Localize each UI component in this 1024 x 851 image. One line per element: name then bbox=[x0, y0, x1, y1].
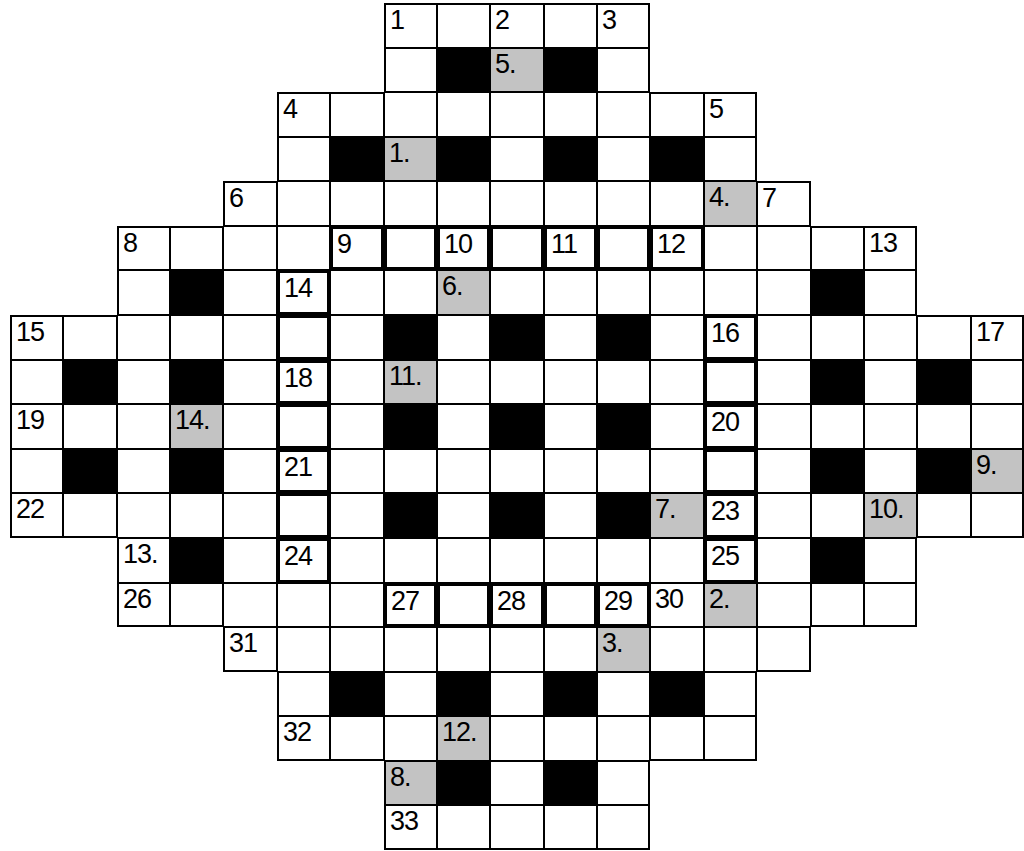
cell-r5c11[interactable] bbox=[597, 226, 650, 270]
block-cell-r6c3 bbox=[170, 270, 223, 315]
cell-r7c6[interactable] bbox=[330, 315, 384, 360]
cell-r3c13[interactable] bbox=[704, 137, 757, 181]
shaded-cell-r10c18[interactable]: 9. bbox=[971, 449, 1024, 493]
cell-r15c5[interactable] bbox=[277, 672, 330, 716]
block-cell-r11c7 bbox=[384, 493, 437, 538]
clue-number: 21 bbox=[280, 452, 327, 481]
block-cell-r7c11 bbox=[597, 315, 650, 360]
cell-r8c5[interactable]: 18 bbox=[277, 360, 330, 404]
cell-r12c8[interactable] bbox=[437, 538, 490, 583]
clue-number: 31 bbox=[225, 628, 276, 657]
clue-number: 12 bbox=[653, 229, 701, 258]
block-cell-r9c9 bbox=[490, 404, 544, 449]
cell-r2c11[interactable] bbox=[597, 92, 650, 137]
key-cell-label: 2. bbox=[705, 584, 756, 613]
block-cell-r12c3 bbox=[170, 538, 223, 583]
cell-r15c13[interactable] bbox=[704, 672, 757, 716]
cell-r12c4[interactable] bbox=[223, 538, 277, 583]
block-cell-r8c1 bbox=[63, 360, 117, 404]
cell-r12c10[interactable] bbox=[544, 538, 597, 583]
cell-r10c16[interactable] bbox=[864, 449, 917, 493]
cell-r15c11[interactable] bbox=[597, 672, 650, 716]
cell-r10c7[interactable] bbox=[384, 449, 437, 493]
clue-number: 7 bbox=[758, 183, 809, 212]
clue-number: 18 bbox=[280, 363, 327, 392]
cell-r9c14[interactable] bbox=[757, 404, 811, 449]
cell-r9c16[interactable] bbox=[864, 404, 917, 449]
cell-r9c2[interactable] bbox=[117, 404, 170, 449]
clue-number: 28 bbox=[493, 586, 541, 615]
block-cell-r1c10 bbox=[544, 48, 597, 92]
cell-r14c4[interactable]: 31 bbox=[223, 627, 277, 672]
cell-r10c10[interactable] bbox=[544, 449, 597, 493]
block-cell-r3c12 bbox=[650, 137, 704, 181]
cell-r5c5[interactable] bbox=[277, 226, 330, 270]
cell-r13c12[interactable]: 30 bbox=[650, 583, 704, 627]
key-cell-label: 7. bbox=[651, 494, 703, 523]
cell-r6c9[interactable] bbox=[490, 270, 544, 315]
clue-number: 15 bbox=[12, 317, 62, 346]
cell-r17c11[interactable] bbox=[597, 761, 650, 805]
cell-r6c5[interactable]: 14 bbox=[277, 270, 330, 315]
block-cell-r3c8 bbox=[437, 137, 490, 181]
key-cell-label: 5. bbox=[491, 49, 543, 78]
shaded-cell-r14c11[interactable]: 3. bbox=[597, 627, 650, 672]
cell-r3c9[interactable] bbox=[490, 137, 544, 181]
cell-r12c7[interactable] bbox=[384, 538, 437, 583]
key-cell-label: 6. bbox=[438, 271, 489, 300]
cell-r7c17[interactable] bbox=[917, 315, 971, 360]
cell-r13c6[interactable] bbox=[330, 583, 384, 627]
cell-r13c5[interactable] bbox=[277, 583, 330, 627]
cell-r6c6[interactable] bbox=[330, 270, 384, 315]
cell-r2c9[interactable] bbox=[490, 92, 544, 137]
block-cell-r11c11 bbox=[597, 493, 650, 538]
block-cell-r17c10 bbox=[544, 761, 597, 805]
block-cell-r8c17 bbox=[917, 360, 971, 404]
block-cell-r3c10 bbox=[544, 137, 597, 181]
block-cell-r9c11 bbox=[597, 404, 650, 449]
clue-number: 30 bbox=[651, 584, 703, 613]
cell-r14c7[interactable] bbox=[384, 627, 437, 672]
clue-number: 32 bbox=[279, 717, 329, 746]
shaded-cell-r8c7[interactable]: 11. bbox=[384, 360, 437, 404]
crossword-page: 1235.451.64.78910111213146.1516171811.19… bbox=[0, 0, 1024, 851]
cell-r5c15[interactable] bbox=[811, 226, 864, 270]
shaded-cell-r4c13[interactable]: 4. bbox=[704, 181, 757, 226]
cell-r9c0[interactable]: 19 bbox=[10, 404, 63, 449]
clue-number: 3 bbox=[598, 5, 648, 34]
cell-r4c11[interactable] bbox=[597, 181, 650, 226]
cell-r10c4[interactable] bbox=[223, 449, 277, 493]
cell-r4c6[interactable] bbox=[330, 181, 384, 226]
cell-r10c14[interactable] bbox=[757, 449, 811, 493]
cell-r8c14[interactable] bbox=[757, 360, 811, 404]
cell-r14c10[interactable] bbox=[544, 627, 597, 672]
shaded-cell-r9c3[interactable]: 14. bbox=[170, 404, 223, 449]
cell-r2c10[interactable] bbox=[544, 92, 597, 137]
block-cell-r10c15 bbox=[811, 449, 864, 493]
cell-r6c16[interactable] bbox=[864, 270, 917, 315]
clue-number: 6 bbox=[225, 183, 276, 212]
cell-r15c7[interactable] bbox=[384, 672, 437, 716]
cell-r5c3[interactable] bbox=[170, 226, 223, 270]
cell-r8c9[interactable] bbox=[490, 360, 544, 404]
cell-r4c5[interactable] bbox=[277, 181, 330, 226]
cell-r11c2[interactable] bbox=[117, 493, 170, 538]
cell-r0c7[interactable]: 1 bbox=[384, 3, 437, 48]
cell-r1c7[interactable] bbox=[384, 48, 437, 92]
cell-r5c6[interactable]: 9 bbox=[330, 226, 384, 270]
crossword-board: 1235.451.64.78910111213146.1516171811.19… bbox=[0, 0, 1024, 851]
cell-r7c3[interactable] bbox=[170, 315, 223, 360]
clue-number: 25 bbox=[707, 541, 754, 570]
cell-r11c10[interactable] bbox=[544, 493, 597, 538]
cell-r10c11[interactable] bbox=[597, 449, 650, 493]
block-cell-r15c10 bbox=[544, 672, 597, 716]
cell-r8c10[interactable] bbox=[544, 360, 597, 404]
cell-r10c13[interactable] bbox=[704, 449, 757, 493]
cell-r8c12[interactable] bbox=[650, 360, 704, 404]
cell-r10c5[interactable]: 21 bbox=[277, 449, 330, 493]
block-cell-r10c1 bbox=[63, 449, 117, 493]
cell-r16c12[interactable] bbox=[650, 716, 704, 761]
cell-r5c9[interactable] bbox=[490, 226, 544, 270]
clue-number: 10 bbox=[440, 229, 487, 258]
cell-r5c2[interactable]: 8 bbox=[117, 226, 170, 270]
cell-r12c16[interactable] bbox=[864, 538, 917, 583]
cell-r9c18[interactable] bbox=[971, 404, 1024, 449]
cell-r13c3[interactable] bbox=[170, 583, 223, 627]
key-cell-label: 10. bbox=[865, 494, 916, 523]
cell-r2c12[interactable] bbox=[650, 92, 704, 137]
cell-r13c15[interactable] bbox=[811, 583, 864, 627]
key-cell-label: 4. bbox=[705, 182, 756, 211]
cell-r12c11[interactable] bbox=[597, 538, 650, 583]
cell-r4c12[interactable] bbox=[650, 181, 704, 226]
cell-r2c8[interactable] bbox=[437, 92, 490, 137]
cell-r8c2[interactable] bbox=[117, 360, 170, 404]
clue-number: 24 bbox=[280, 541, 327, 570]
cell-r10c9[interactable] bbox=[490, 449, 544, 493]
cell-r9c15[interactable] bbox=[811, 404, 864, 449]
cell-r8c0[interactable] bbox=[10, 360, 63, 404]
cell-r8c6[interactable] bbox=[330, 360, 384, 404]
clue-number: 14 bbox=[280, 273, 327, 302]
clue-number: 13 bbox=[865, 228, 915, 257]
cell-r16c6[interactable] bbox=[330, 716, 384, 761]
shaded-cell-r3c7[interactable]: 1. bbox=[384, 137, 437, 181]
block-cell-r7c9 bbox=[490, 315, 544, 360]
shaded-cell-r13c13[interactable]: 2. bbox=[704, 583, 757, 627]
block-cell-r1c8 bbox=[437, 48, 490, 92]
cell-r5c8[interactable]: 10 bbox=[437, 226, 490, 270]
cell-r15c9[interactable] bbox=[490, 672, 544, 716]
block-cell-r8c3 bbox=[170, 360, 223, 404]
cell-r7c13[interactable]: 16 bbox=[704, 315, 757, 360]
cell-r12c5[interactable]: 24 bbox=[277, 538, 330, 583]
key-cell-label: 1. bbox=[385, 138, 436, 167]
cell-r5c4[interactable] bbox=[223, 226, 277, 270]
cell-r5c16[interactable]: 13 bbox=[864, 226, 917, 270]
cell-r13c10[interactable] bbox=[544, 583, 597, 627]
cell-r14c9[interactable] bbox=[490, 627, 544, 672]
cell-r13c11[interactable]: 29 bbox=[597, 583, 650, 627]
cell-r9c8[interactable] bbox=[437, 404, 490, 449]
clue-number: 22 bbox=[12, 494, 62, 523]
cell-r11c13[interactable]: 23 bbox=[704, 493, 757, 538]
cell-r11c14[interactable] bbox=[757, 493, 811, 538]
cell-r13c8[interactable] bbox=[437, 583, 490, 627]
block-cell-r3c6 bbox=[330, 137, 384, 181]
cell-r0c8[interactable] bbox=[437, 3, 490, 48]
cell-r6c14[interactable] bbox=[757, 270, 811, 315]
block-cell-r11c9 bbox=[490, 493, 544, 538]
cell-r9c4[interactable] bbox=[223, 404, 277, 449]
cell-r13c9[interactable]: 28 bbox=[490, 583, 544, 627]
clue-number: 11 bbox=[547, 229, 594, 258]
clue-number: 20 bbox=[707, 407, 754, 436]
cell-r12c12[interactable] bbox=[650, 538, 704, 583]
shaded-cell-r11c16[interactable]: 10. bbox=[864, 493, 917, 538]
cell-r5c13[interactable] bbox=[704, 226, 757, 270]
cell-r5c10[interactable]: 11 bbox=[544, 226, 597, 270]
cell-r12c9[interactable] bbox=[490, 538, 544, 583]
block-cell-r12c15 bbox=[811, 538, 864, 583]
cell-r3c5[interactable] bbox=[277, 137, 330, 181]
cell-r0c11[interactable]: 3 bbox=[597, 3, 650, 48]
cell-r2c5[interactable]: 4 bbox=[277, 92, 330, 137]
key-cell-label: 8. bbox=[386, 762, 436, 791]
cell-r4c9[interactable] bbox=[490, 181, 544, 226]
cell-r6c7[interactable] bbox=[384, 270, 437, 315]
cell-r6c2[interactable] bbox=[117, 270, 170, 315]
cell-r16c9[interactable] bbox=[490, 716, 544, 761]
block-cell-r15c8 bbox=[437, 672, 490, 716]
cell-r2c7[interactable] bbox=[384, 92, 437, 137]
clue-number: 27 bbox=[387, 586, 434, 615]
cell-r7c4[interactable] bbox=[223, 315, 277, 360]
shaded-cell-r6c8[interactable]: 6. bbox=[437, 270, 490, 315]
cell-r9c13[interactable]: 20 bbox=[704, 404, 757, 449]
cell-r7c2[interactable] bbox=[117, 315, 170, 360]
shaded-cell-r16c8[interactable]: 12. bbox=[437, 716, 490, 761]
cell-r11c15[interactable] bbox=[811, 493, 864, 538]
cell-r9c10[interactable] bbox=[544, 404, 597, 449]
cell-r4c10[interactable] bbox=[544, 181, 597, 226]
cell-r11c3[interactable] bbox=[170, 493, 223, 538]
clue-number: 26 bbox=[119, 584, 169, 613]
cell-r16c10[interactable] bbox=[544, 716, 597, 761]
cell-r7c8[interactable] bbox=[437, 315, 490, 360]
cell-r9c5[interactable] bbox=[277, 404, 330, 449]
cell-r4c7[interactable] bbox=[384, 181, 437, 226]
cell-r8c16[interactable] bbox=[864, 360, 917, 404]
cell-r12c2[interactable]: 13. bbox=[117, 538, 170, 583]
cell-r4c4[interactable]: 6 bbox=[223, 181, 277, 226]
cell-r16c11[interactable] bbox=[597, 716, 650, 761]
cell-r7c16[interactable] bbox=[864, 315, 917, 360]
cell-r11c18[interactable] bbox=[971, 493, 1024, 538]
cell-r10c0[interactable] bbox=[10, 449, 63, 493]
cell-r18c7[interactable]: 33 bbox=[384, 805, 437, 850]
cell-r7c14[interactable] bbox=[757, 315, 811, 360]
cell-r7c15[interactable] bbox=[811, 315, 864, 360]
cell-r7c10[interactable] bbox=[544, 315, 597, 360]
cell-r2c6[interactable] bbox=[330, 92, 384, 137]
clue-number: 5 bbox=[705, 94, 755, 123]
cell-r5c12[interactable]: 12 bbox=[650, 226, 704, 270]
cell-r13c2[interactable]: 26 bbox=[117, 583, 170, 627]
key-cell-label: 14. bbox=[171, 405, 222, 434]
block-cell-r8c15 bbox=[811, 360, 864, 404]
cell-r16c5[interactable]: 32 bbox=[277, 716, 330, 761]
cell-r13c7[interactable]: 27 bbox=[384, 583, 437, 627]
block-cell-r17c8 bbox=[437, 761, 490, 805]
cell-r10c2[interactable] bbox=[117, 449, 170, 493]
cell-r12c6[interactable] bbox=[330, 538, 384, 583]
cell-r14c5[interactable] bbox=[277, 627, 330, 672]
cell-r8c11[interactable] bbox=[597, 360, 650, 404]
key-cell-label: 13. bbox=[119, 539, 169, 568]
cell-r8c18[interactable] bbox=[971, 360, 1024, 404]
shaded-cell-r1c9[interactable]: 5. bbox=[490, 48, 544, 92]
cell-r6c12[interactable] bbox=[650, 270, 704, 315]
cell-r18c8[interactable] bbox=[437, 805, 490, 850]
cell-r14c14[interactable] bbox=[757, 627, 811, 672]
cell-r5c7[interactable] bbox=[384, 226, 437, 270]
cell-r4c14[interactable]: 7 bbox=[757, 181, 811, 226]
clue-number: 16 bbox=[707, 318, 754, 347]
key-cell-label: 11. bbox=[385, 361, 436, 390]
cell-r2c13[interactable]: 5 bbox=[704, 92, 757, 137]
cell-r16c7[interactable] bbox=[384, 716, 437, 761]
block-cell-r9c7 bbox=[384, 404, 437, 449]
cell-r13c16[interactable] bbox=[864, 583, 917, 627]
cell-r14c13[interactable] bbox=[704, 627, 757, 672]
key-cell-label: 9. bbox=[972, 450, 1022, 479]
cell-r10c12[interactable] bbox=[650, 449, 704, 493]
cell-r0c9[interactable]: 2 bbox=[490, 3, 544, 48]
cell-r6c10[interactable] bbox=[544, 270, 597, 315]
cell-r17c9[interactable] bbox=[490, 761, 544, 805]
cell-r7c18[interactable]: 17 bbox=[971, 315, 1024, 360]
cell-r7c1[interactable] bbox=[63, 315, 117, 360]
block-cell-r15c12 bbox=[650, 672, 704, 716]
cell-r8c13[interactable] bbox=[704, 360, 757, 404]
cell-r10c6[interactable] bbox=[330, 449, 384, 493]
block-cell-r7c7 bbox=[384, 315, 437, 360]
cell-r14c8[interactable] bbox=[437, 627, 490, 672]
cell-r11c17[interactable] bbox=[917, 493, 971, 538]
cell-r9c6[interactable] bbox=[330, 404, 384, 449]
cell-r18c9[interactable] bbox=[490, 805, 544, 850]
block-cell-r6c15 bbox=[811, 270, 864, 315]
key-cell-label: 3. bbox=[598, 628, 649, 657]
cell-r11c8[interactable] bbox=[437, 493, 490, 538]
clue-number: 17 bbox=[972, 317, 1022, 346]
clue-number: 9 bbox=[333, 229, 381, 258]
cell-r9c1[interactable] bbox=[63, 404, 117, 449]
cell-r7c12[interactable] bbox=[650, 315, 704, 360]
shaded-cell-r11c12[interactable]: 7. bbox=[650, 493, 704, 538]
cell-r13c14[interactable] bbox=[757, 583, 811, 627]
clue-number: 29 bbox=[600, 586, 647, 615]
block-cell-r10c17 bbox=[917, 449, 971, 493]
clue-number: 19 bbox=[12, 405, 62, 434]
cell-r3c11[interactable] bbox=[597, 137, 650, 181]
cell-r5c14[interactable] bbox=[757, 226, 811, 270]
shaded-cell-r17c7[interactable]: 8. bbox=[384, 761, 437, 805]
cell-r11c1[interactable] bbox=[63, 493, 117, 538]
cell-r11c6[interactable] bbox=[330, 493, 384, 538]
cell-r14c6[interactable] bbox=[330, 627, 384, 672]
clue-number: 8 bbox=[119, 228, 169, 257]
cell-r12c14[interactable] bbox=[757, 538, 811, 583]
cell-r12c13[interactable]: 25 bbox=[704, 538, 757, 583]
cell-r7c5[interactable] bbox=[277, 315, 330, 360]
clue-number: 4 bbox=[279, 94, 329, 123]
clue-number: 1 bbox=[386, 5, 436, 34]
cell-r9c17[interactable] bbox=[917, 404, 971, 449]
cell-r4c8[interactable] bbox=[437, 181, 490, 226]
cell-r9c12[interactable] bbox=[650, 404, 704, 449]
cell-r8c8[interactable] bbox=[437, 360, 490, 404]
cell-r14c12[interactable] bbox=[650, 627, 704, 672]
key-cell-label: 12. bbox=[438, 717, 489, 746]
cell-r11c4[interactable] bbox=[223, 493, 277, 538]
cell-r18c10[interactable] bbox=[544, 805, 597, 850]
clue-number: 23 bbox=[707, 496, 754, 525]
cell-r18c11[interactable] bbox=[597, 805, 650, 850]
cell-r0c10[interactable] bbox=[544, 3, 597, 48]
cell-r11c0[interactable]: 22 bbox=[10, 493, 63, 538]
block-cell-r10c3 bbox=[170, 449, 223, 493]
cell-r6c4[interactable] bbox=[223, 270, 277, 315]
cell-r8c4[interactable] bbox=[223, 360, 277, 404]
cell-r11c5[interactable] bbox=[277, 493, 330, 538]
cell-r6c11[interactable] bbox=[597, 270, 650, 315]
clue-number: 2 bbox=[491, 5, 543, 34]
block-cell-r15c6 bbox=[330, 672, 384, 716]
cell-r1c11[interactable] bbox=[597, 48, 650, 92]
cell-r10c8[interactable] bbox=[437, 449, 490, 493]
cell-r6c13[interactable] bbox=[704, 270, 757, 315]
cell-r7c0[interactable]: 15 bbox=[10, 315, 63, 360]
cell-r16c13[interactable] bbox=[704, 716, 757, 761]
clue-number: 33 bbox=[386, 806, 436, 835]
cell-r13c4[interactable] bbox=[223, 583, 277, 627]
